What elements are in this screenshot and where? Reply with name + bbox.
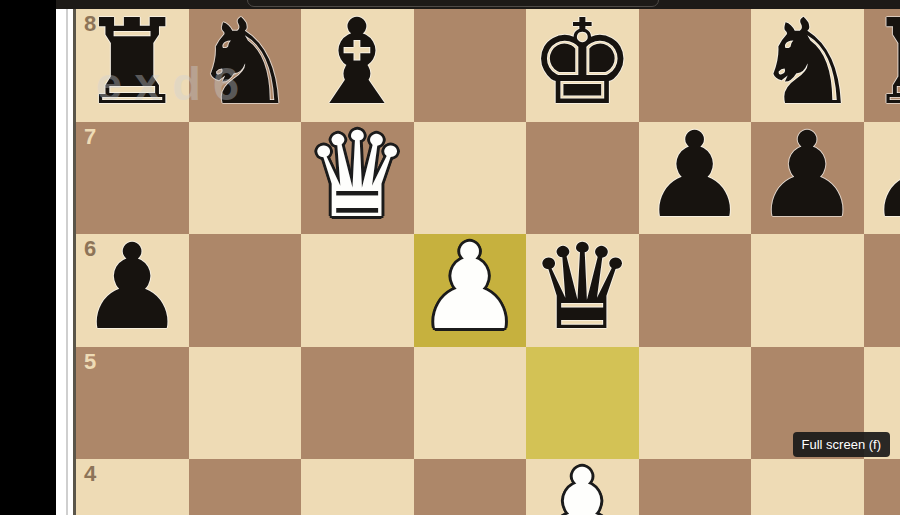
square-e8[interactable]: ♚ xyxy=(526,9,639,122)
rank-label-5: 5 xyxy=(84,351,96,373)
piece-black-pawn-g7[interactable]: ♟ xyxy=(751,122,864,235)
square-g6[interactable] xyxy=(751,234,864,347)
square-b5[interactable] xyxy=(189,347,302,460)
square-g7[interactable]: ♟ xyxy=(751,122,864,235)
square-b6[interactable] xyxy=(189,234,302,347)
square-e4[interactable]: ♟ xyxy=(526,459,639,515)
square-d5[interactable] xyxy=(414,347,527,460)
square-c6[interactable] xyxy=(301,234,414,347)
square-b4[interactable] xyxy=(189,459,302,515)
square-f6[interactable] xyxy=(639,234,752,347)
square-a4[interactable]: 4 xyxy=(76,459,189,515)
piece-white-queen-c7[interactable]: ♛ xyxy=(301,122,414,235)
piece-black-knight-g8[interactable]: ♞ xyxy=(751,9,864,122)
pillarbox-left-bar xyxy=(0,0,56,515)
piece-black-pawn-h7[interactable]: ♟ xyxy=(864,122,900,235)
square-d7[interactable] xyxy=(414,122,527,235)
video-frame: 8♜♞♝♚♞♜7♛♟♟♟6♟♟♛54♟ exd6 Full screen (f) xyxy=(0,0,900,515)
piece-black-pawn-f7[interactable]: ♟ xyxy=(639,122,752,235)
square-f5[interactable] xyxy=(639,347,752,460)
scrollbar[interactable] xyxy=(66,9,68,515)
square-a6[interactable]: 6♟ xyxy=(76,234,189,347)
square-f8[interactable] xyxy=(639,9,752,122)
piece-black-rook-h8[interactable]: ♜ xyxy=(864,9,900,122)
square-d8[interactable] xyxy=(414,9,527,122)
rank-label-7: 7 xyxy=(84,126,96,148)
square-f4[interactable] xyxy=(639,459,752,515)
square-b7[interactable] xyxy=(189,122,302,235)
rank-label-4: 4 xyxy=(84,463,96,485)
move-annotation-overlay: exd6 xyxy=(96,56,251,111)
square-d6[interactable]: ♟ xyxy=(414,234,527,347)
piece-white-pawn-e4[interactable]: ♟ xyxy=(526,459,639,515)
square-g8[interactable]: ♞ xyxy=(751,9,864,122)
square-c8[interactable]: ♝ xyxy=(301,9,414,122)
square-e6[interactable]: ♛ xyxy=(526,234,639,347)
square-g4[interactable] xyxy=(751,459,864,515)
square-c5[interactable] xyxy=(301,347,414,460)
square-e7[interactable] xyxy=(526,122,639,235)
square-h7[interactable]: ♟ xyxy=(864,122,900,235)
square-c4[interactable] xyxy=(301,459,414,515)
piece-black-king-e8[interactable]: ♚ xyxy=(526,9,639,122)
piece-black-pawn-a6[interactable]: ♟ xyxy=(76,234,189,347)
square-f7[interactable]: ♟ xyxy=(639,122,752,235)
page-gutter xyxy=(56,9,73,515)
square-a7[interactable]: 7 xyxy=(76,122,189,235)
square-h6[interactable] xyxy=(864,234,900,347)
square-e5[interactable] xyxy=(526,347,639,460)
square-h8[interactable]: ♜ xyxy=(864,9,900,122)
square-h4[interactable] xyxy=(864,459,900,515)
piece-black-queen-e6[interactable]: ♛ xyxy=(526,234,639,347)
piece-black-bishop-c8[interactable]: ♝ xyxy=(301,9,414,122)
square-c7[interactable]: ♛ xyxy=(301,122,414,235)
square-d4[interactable] xyxy=(414,459,527,515)
square-a5[interactable]: 5 xyxy=(76,347,189,460)
fullscreen-tooltip: Full screen (f) xyxy=(793,432,890,457)
piece-white-pawn-d6[interactable]: ♟ xyxy=(414,234,527,347)
